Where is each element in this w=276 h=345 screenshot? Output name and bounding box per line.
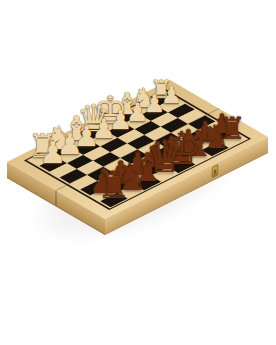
brass-clasp-icon [212, 164, 219, 178]
product-photo: ♜♞♝♛♚♝♞♜♟♟♟♟♟♟♟♟♟♟♟♟♟♟♟♟♜♞♝♛♚♝♞♜ [0, 0, 276, 345]
fold-seam-side [56, 190, 57, 206]
clasp-pin [214, 169, 216, 174]
